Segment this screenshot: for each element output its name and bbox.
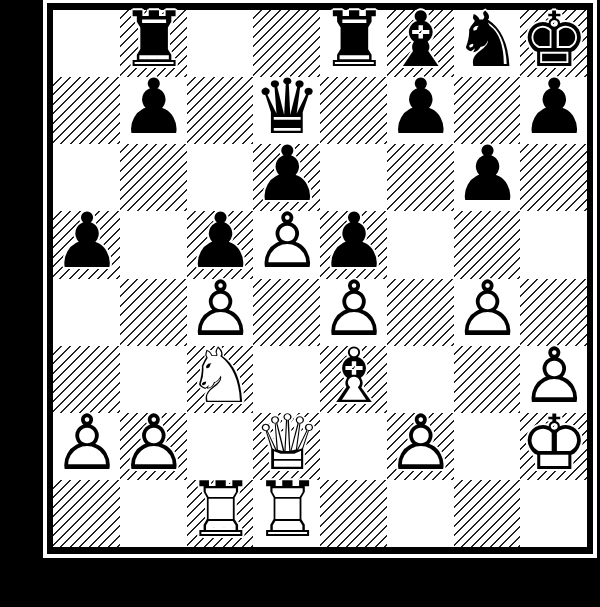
square-f5[interactable] xyxy=(387,211,454,278)
white-knight-icon: ♘ xyxy=(187,346,254,413)
black-rook-icon: ♜ xyxy=(320,10,387,77)
square-g1[interactable] xyxy=(454,480,521,547)
square-a1[interactable] xyxy=(53,480,120,547)
square-h2[interactable]: ♚♔ xyxy=(520,413,587,480)
square-h7[interactable]: ♟ xyxy=(520,77,587,144)
square-b7[interactable]: ♟ xyxy=(120,77,187,144)
diagram-frame: ♜♜♝♞♚♟♛♟♟♟♟♟♟♟♙♟♟♙♟♙♟♙♞♘♝♗♟♙♟♙♟♙♛♕♟♙♚♔♜♖… xyxy=(43,0,597,558)
square-d4[interactable] xyxy=(253,279,320,346)
white-king-icon: ♔ xyxy=(520,413,587,480)
square-e8[interactable]: ♜ xyxy=(320,10,387,77)
square-h6[interactable] xyxy=(520,144,587,211)
square-d2[interactable]: ♛♕ xyxy=(253,413,320,480)
square-h8[interactable]: ♚ xyxy=(520,10,587,77)
black-pawn-icon: ♟ xyxy=(253,144,320,211)
square-c3[interactable]: ♞♘ xyxy=(187,346,254,413)
black-pawn-icon: ♟ xyxy=(187,211,254,278)
square-g5[interactable] xyxy=(454,211,521,278)
square-g2[interactable] xyxy=(454,413,521,480)
white-rook-icon: ♖ xyxy=(187,480,254,547)
white-pawn-icon: ♙ xyxy=(53,413,120,480)
square-a5[interactable]: ♟ xyxy=(53,211,120,278)
black-pawn-icon: ♟ xyxy=(520,77,587,144)
black-bishop-icon: ♝ xyxy=(387,10,454,77)
board-border: ♜♜♝♞♚♟♛♟♟♟♟♟♟♟♙♟♟♙♟♙♟♙♞♘♝♗♟♙♟♙♟♙♛♕♟♙♚♔♜♖… xyxy=(47,3,593,554)
white-pawn-icon: ♙ xyxy=(320,279,387,346)
white-rook-fill: ♜ xyxy=(253,480,320,547)
square-c4[interactable]: ♟♙ xyxy=(187,279,254,346)
square-g8[interactable]: ♞ xyxy=(454,10,521,77)
square-g4[interactable]: ♟♙ xyxy=(454,279,521,346)
square-d1[interactable]: ♜♖ xyxy=(253,480,320,547)
square-a7[interactable] xyxy=(53,77,120,144)
square-g7[interactable] xyxy=(454,77,521,144)
square-e5[interactable]: ♟ xyxy=(320,211,387,278)
square-g6[interactable]: ♟ xyxy=(454,144,521,211)
square-h1[interactable] xyxy=(520,480,587,547)
square-d7[interactable]: ♛ xyxy=(253,77,320,144)
square-d6[interactable]: ♟ xyxy=(253,144,320,211)
black-pawn-icon: ♟ xyxy=(320,211,387,278)
black-rook-icon: ♜ xyxy=(120,10,187,77)
square-b5[interactable] xyxy=(120,211,187,278)
black-queen-icon: ♛ xyxy=(253,77,320,144)
white-pawn-fill: ♟ xyxy=(53,413,120,480)
white-king-fill: ♚ xyxy=(520,413,587,480)
square-b4[interactable] xyxy=(120,279,187,346)
page-background: ♜♜♝♞♚♟♛♟♟♟♟♟♟♟♙♟♟♙♟♙♟♙♞♘♝♗♟♙♟♙♟♙♛♕♟♙♚♔♜♖… xyxy=(0,0,600,607)
black-pawn-icon: ♟ xyxy=(120,77,187,144)
square-f8[interactable]: ♝ xyxy=(387,10,454,77)
square-e1[interactable] xyxy=(320,480,387,547)
square-f4[interactable] xyxy=(387,279,454,346)
white-pawn-fill: ♟ xyxy=(187,279,254,346)
square-a6[interactable] xyxy=(53,144,120,211)
square-c2[interactable] xyxy=(187,413,254,480)
white-rook-fill: ♜ xyxy=(187,480,254,547)
white-pawn-icon: ♙ xyxy=(387,413,454,480)
white-pawn-fill: ♟ xyxy=(320,279,387,346)
white-pawn-fill: ♟ xyxy=(387,413,454,480)
square-e7[interactable] xyxy=(320,77,387,144)
square-e4[interactable]: ♟♙ xyxy=(320,279,387,346)
black-pawn-icon: ♟ xyxy=(454,144,521,211)
white-rook-icon: ♖ xyxy=(253,480,320,547)
black-pawn-icon: ♟ xyxy=(387,77,454,144)
square-a4[interactable] xyxy=(53,279,120,346)
square-b2[interactable]: ♟♙ xyxy=(120,413,187,480)
square-g3[interactable] xyxy=(454,346,521,413)
black-pawn-icon: ♟ xyxy=(53,211,120,278)
square-f7[interactable]: ♟ xyxy=(387,77,454,144)
square-a3[interactable] xyxy=(53,346,120,413)
white-pawn-icon: ♙ xyxy=(187,279,254,346)
white-pawn-fill: ♟ xyxy=(253,211,320,278)
square-a2[interactable]: ♟♙ xyxy=(53,413,120,480)
square-d5[interactable]: ♟♙ xyxy=(253,211,320,278)
square-b1[interactable] xyxy=(120,480,187,547)
black-king-icon: ♚ xyxy=(520,10,587,77)
square-a8[interactable] xyxy=(53,10,120,77)
white-pawn-fill: ♟ xyxy=(120,413,187,480)
white-pawn-icon: ♙ xyxy=(454,279,521,346)
white-bishop-fill: ♝ xyxy=(320,346,387,413)
square-c8[interactable] xyxy=(187,10,254,77)
square-c1[interactable]: ♜♖ xyxy=(187,480,254,547)
white-queen-icon: ♕ xyxy=(253,413,320,480)
white-knight-fill: ♞ xyxy=(187,346,254,413)
square-d3[interactable] xyxy=(253,346,320,413)
black-knight-icon: ♞ xyxy=(454,10,521,77)
square-b3[interactable] xyxy=(120,346,187,413)
white-pawn-icon: ♙ xyxy=(120,413,187,480)
square-f3[interactable] xyxy=(387,346,454,413)
square-f1[interactable] xyxy=(387,480,454,547)
square-e2[interactable] xyxy=(320,413,387,480)
square-b8[interactable]: ♜ xyxy=(120,10,187,77)
square-c6[interactable] xyxy=(187,144,254,211)
square-e6[interactable] xyxy=(320,144,387,211)
square-c5[interactable]: ♟ xyxy=(187,211,254,278)
white-pawn-fill: ♟ xyxy=(454,279,521,346)
white-bishop-icon: ♗ xyxy=(320,346,387,413)
square-d8[interactable] xyxy=(253,10,320,77)
chess-board: ♜♜♝♞♚♟♛♟♟♟♟♟♟♟♙♟♟♙♟♙♟♙♞♘♝♗♟♙♟♙♟♙♛♕♟♙♚♔♜♖… xyxy=(53,10,587,547)
square-b6[interactable] xyxy=(120,144,187,211)
square-e3[interactable]: ♝♗ xyxy=(320,346,387,413)
white-pawn-icon: ♙ xyxy=(520,346,587,413)
square-f2[interactable]: ♟♙ xyxy=(387,413,454,480)
square-f6[interactable] xyxy=(387,144,454,211)
white-pawn-fill: ♟ xyxy=(520,346,587,413)
white-pawn-icon: ♙ xyxy=(253,211,320,278)
square-c7[interactable] xyxy=(187,77,254,144)
square-h5[interactable] xyxy=(520,211,587,278)
square-h4[interactable] xyxy=(520,279,587,346)
white-queen-fill: ♛ xyxy=(253,413,320,480)
square-h3[interactable]: ♟♙ xyxy=(520,346,587,413)
